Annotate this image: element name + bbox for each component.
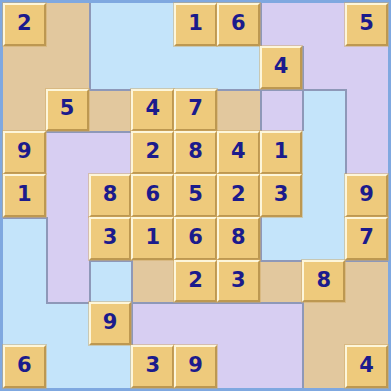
cell-r8c9[interactable] — [345, 302, 388, 345]
cell-r3c7[interactable] — [260, 89, 303, 132]
cell-r4c9[interactable] — [345, 131, 388, 174]
cell-r2c8[interactable] — [302, 46, 345, 89]
cell-r5c2[interactable] — [46, 174, 89, 217]
cell-r4c8[interactable] — [302, 131, 345, 174]
tile-r1c5[interactable]: 1 — [174, 3, 217, 46]
cell-r6c2[interactable] — [46, 217, 89, 260]
tile-r1c1[interactable]: 2 — [3, 3, 46, 46]
cell-r3c9[interactable] — [345, 89, 388, 132]
cell-r5c7[interactable]: 3 — [260, 174, 303, 217]
tile-r3c5[interactable]: 7 — [174, 89, 217, 132]
tile-digit: 8 — [188, 141, 203, 162]
tile-digit: 1 — [17, 184, 32, 205]
cell-r4c2[interactable] — [46, 131, 89, 174]
cell-r7c5[interactable]: 2 — [174, 260, 217, 303]
cell-r7c3[interactable] — [89, 260, 132, 303]
cell-r8c1[interactable] — [3, 302, 46, 345]
region-boundary — [131, 302, 133, 345]
cell-r7c8[interactable]: 8 — [302, 260, 345, 303]
cell-r8c4[interactable] — [131, 302, 174, 345]
cell-r6c6[interactable]: 8 — [217, 217, 260, 260]
cell-r5c1[interactable]: 1 — [3, 174, 46, 217]
tile-digit: 1 — [188, 13, 203, 34]
tile-r6c3[interactable]: 3 — [89, 217, 132, 260]
tile-digit: 3 — [145, 355, 160, 376]
cell-r8c7[interactable] — [260, 302, 303, 345]
region-boundary — [260, 89, 262, 132]
tile-r8c3[interactable]: 9 — [89, 302, 132, 345]
tile-digit: 7 — [188, 98, 203, 119]
tile-digit: 9 — [17, 141, 32, 162]
tile-r7c5[interactable]: 2 — [174, 260, 217, 303]
tile-r6c9[interactable]: 7 — [345, 217, 388, 260]
region-boundary — [89, 260, 91, 303]
tile-digit: 3 — [274, 184, 289, 205]
tile-r4c6[interactable]: 4 — [217, 131, 260, 174]
region-boundary — [302, 89, 304, 132]
cell-r2c6[interactable] — [217, 46, 260, 89]
cell-r8c5[interactable] — [174, 302, 217, 345]
tile-r9c9[interactable]: 4 — [345, 345, 388, 388]
tile-digit: 4 — [359, 355, 374, 376]
cell-r2c2[interactable] — [46, 46, 89, 89]
tile-digit: 1 — [145, 227, 160, 248]
tile-r2c7[interactable]: 4 — [260, 46, 303, 89]
region-boundary — [345, 131, 347, 174]
cell-r9c1[interactable]: 6 — [3, 345, 46, 388]
region-boundary — [46, 260, 48, 303]
cell-r3c5[interactable]: 7 — [174, 89, 217, 132]
cell-r1c3[interactable] — [89, 3, 132, 46]
region-boundary — [260, 260, 303, 262]
cell-r2c4[interactable] — [131, 46, 174, 89]
cell-r8c3[interactable]: 9 — [89, 302, 132, 345]
cell-r9c3[interactable] — [89, 345, 132, 388]
region-boundary — [89, 89, 132, 91]
cell-r7c7[interactable] — [260, 260, 303, 303]
region-boundary — [174, 302, 217, 304]
tile-r5c4[interactable]: 6 — [131, 174, 174, 217]
cell-r4c5[interactable]: 8 — [174, 131, 217, 174]
cell-r3c8[interactable] — [302, 89, 345, 132]
region-boundary — [3, 217, 46, 219]
tile-r3c4[interactable]: 4 — [131, 89, 174, 132]
cell-r9c8[interactable] — [302, 345, 345, 388]
cell-r9c4[interactable]: 3 — [131, 345, 174, 388]
cell-r5c8[interactable] — [302, 174, 345, 217]
tile-digit: 6 — [17, 355, 32, 376]
cell-r6c4[interactable]: 1 — [131, 217, 174, 260]
region-boundary — [131, 260, 133, 303]
cell-r6c8[interactable] — [302, 217, 345, 260]
cell-r4c1[interactable]: 9 — [3, 131, 46, 174]
tile-r5c7[interactable]: 3 — [260, 174, 303, 217]
region-boundary — [89, 131, 132, 133]
cell-r3c3[interactable] — [89, 89, 132, 132]
tile-r5c6[interactable]: 2 — [217, 174, 260, 217]
cell-r7c9[interactable] — [345, 260, 388, 303]
tile-digit: 9 — [103, 312, 118, 333]
cell-r7c4[interactable] — [131, 260, 174, 303]
cell-r3c1[interactable] — [3, 89, 46, 132]
cell-r4c4[interactable]: 2 — [131, 131, 174, 174]
cell-r8c2[interactable] — [46, 302, 89, 345]
region-boundary — [345, 260, 388, 262]
cell-r1c1[interactable]: 2 — [3, 3, 46, 46]
tile-digit: 8 — [231, 227, 246, 248]
tile-r1c9[interactable]: 5 — [345, 3, 388, 46]
tile-r9c4[interactable]: 3 — [131, 345, 174, 388]
cell-r3c6[interactable] — [217, 89, 260, 132]
cell-r8c6[interactable] — [217, 302, 260, 345]
tile-r4c5[interactable]: 8 — [174, 131, 217, 174]
cell-r5c6[interactable]: 2 — [217, 174, 260, 217]
tile-r5c5[interactable]: 5 — [174, 174, 217, 217]
tile-digit: 2 — [231, 184, 246, 205]
cell-r4c3[interactable] — [89, 131, 132, 174]
tile-digit: 2 — [17, 13, 32, 34]
region-boundary — [260, 217, 262, 260]
tile-digit: 2 — [188, 270, 203, 291]
tile-digit: 6 — [231, 13, 246, 34]
cell-r6c9[interactable]: 7 — [345, 217, 388, 260]
cell-r4c7[interactable]: 1 — [260, 131, 303, 174]
cell-r4c6[interactable]: 4 — [217, 131, 260, 174]
cell-r1c7[interactable] — [260, 3, 303, 46]
tile-r5c9[interactable]: 9 — [345, 174, 388, 217]
cell-r5c3[interactable]: 8 — [89, 174, 132, 217]
cell-r7c2[interactable] — [46, 260, 89, 303]
tile-digit: 7 — [359, 227, 374, 248]
tile-digit: 4 — [274, 56, 289, 77]
tile-r4c7[interactable]: 1 — [260, 131, 303, 174]
tile-digit: 6 — [188, 227, 203, 248]
cell-r6c7[interactable] — [260, 217, 303, 260]
tile-digit: 5 — [359, 13, 374, 34]
tile-r5c3[interactable]: 8 — [89, 174, 132, 217]
tile-r9c1[interactable]: 6 — [3, 345, 46, 388]
cell-r9c2[interactable] — [46, 345, 89, 388]
region-boundary — [131, 302, 174, 304]
tile-r4c1[interactable]: 9 — [3, 131, 46, 174]
tile-r6c4[interactable]: 1 — [131, 217, 174, 260]
region-boundary — [302, 345, 304, 388]
region-boundary — [89, 3, 91, 46]
tile-digit: 3 — [103, 227, 118, 248]
tile-r3c2[interactable]: 5 — [46, 89, 89, 132]
cell-r5c9[interactable]: 9 — [345, 174, 388, 217]
cell-r6c5[interactable]: 6 — [174, 217, 217, 260]
cell-r2c7[interactable]: 4 — [260, 46, 303, 89]
tile-digit: 8 — [103, 184, 118, 205]
tile-digit: 8 — [317, 270, 332, 291]
cell-r6c3[interactable]: 3 — [89, 217, 132, 260]
cell-r2c9[interactable] — [345, 46, 388, 89]
cell-r2c3[interactable] — [89, 46, 132, 89]
cell-r3c2[interactable]: 5 — [46, 89, 89, 132]
tile-digit: 5 — [188, 184, 203, 205]
tile-digit: 4 — [231, 141, 246, 162]
region-boundary — [46, 302, 89, 304]
tile-r6c5[interactable]: 6 — [174, 217, 217, 260]
tile-r6c6[interactable]: 8 — [217, 217, 260, 260]
cell-r6c1[interactable] — [3, 217, 46, 260]
cell-r5c5[interactable]: 5 — [174, 174, 217, 217]
tile-digit: 3 — [231, 270, 246, 291]
region-boundary — [89, 46, 91, 89]
tile-r5c1[interactable]: 1 — [3, 174, 46, 217]
tile-r7c8[interactable]: 8 — [302, 260, 345, 303]
tile-r9c5[interactable]: 9 — [174, 345, 217, 388]
cell-r7c1[interactable] — [3, 260, 46, 303]
tile-digit: 4 — [145, 98, 160, 119]
cell-r1c9[interactable]: 5 — [345, 3, 388, 46]
tile-r1c6[interactable]: 6 — [217, 3, 260, 46]
cell-r9c6[interactable] — [217, 345, 260, 388]
tile-r4c4[interactable]: 2 — [131, 131, 174, 174]
tile-r7c6[interactable]: 3 — [217, 260, 260, 303]
region-boundary — [302, 302, 304, 345]
region-boundary — [260, 302, 303, 304]
region-boundary — [302, 89, 345, 91]
cell-r1c5[interactable]: 1 — [174, 3, 217, 46]
sudoku-board: 216545479284118652393168723896394 — [0, 0, 391, 391]
region-boundary — [345, 89, 347, 132]
cell-r5c4[interactable]: 6 — [131, 174, 174, 217]
cell-r2c1[interactable] — [3, 46, 46, 89]
tile-digit: 6 — [145, 184, 160, 205]
region-boundary — [302, 46, 304, 89]
tile-digit: 9 — [359, 184, 374, 205]
cell-r9c5[interactable]: 9 — [174, 345, 217, 388]
region-boundary — [217, 302, 260, 304]
region-boundary — [46, 131, 89, 133]
cell-r1c2[interactable] — [46, 3, 89, 46]
tile-digit: 1 — [274, 141, 289, 162]
cell-r2c5[interactable] — [174, 46, 217, 89]
cell-r3c4[interactable]: 4 — [131, 89, 174, 132]
region-boundary — [260, 3, 262, 46]
tile-digit: 2 — [145, 141, 160, 162]
region-boundary — [46, 217, 48, 260]
cell-r1c8[interactable] — [302, 3, 345, 46]
cell-r9c7[interactable] — [260, 345, 303, 388]
cell-r8c8[interactable] — [302, 302, 345, 345]
cell-r1c4[interactable] — [131, 3, 174, 46]
region-boundary — [217, 89, 260, 91]
region-boundary — [260, 89, 303, 91]
cell-r9c9[interactable]: 4 — [345, 345, 388, 388]
cell-r1c6[interactable]: 6 — [217, 3, 260, 46]
cell-r7c6[interactable]: 3 — [217, 260, 260, 303]
region-boundary — [89, 260, 132, 262]
tile-digit: 5 — [60, 98, 75, 119]
tile-digit: 9 — [188, 355, 203, 376]
